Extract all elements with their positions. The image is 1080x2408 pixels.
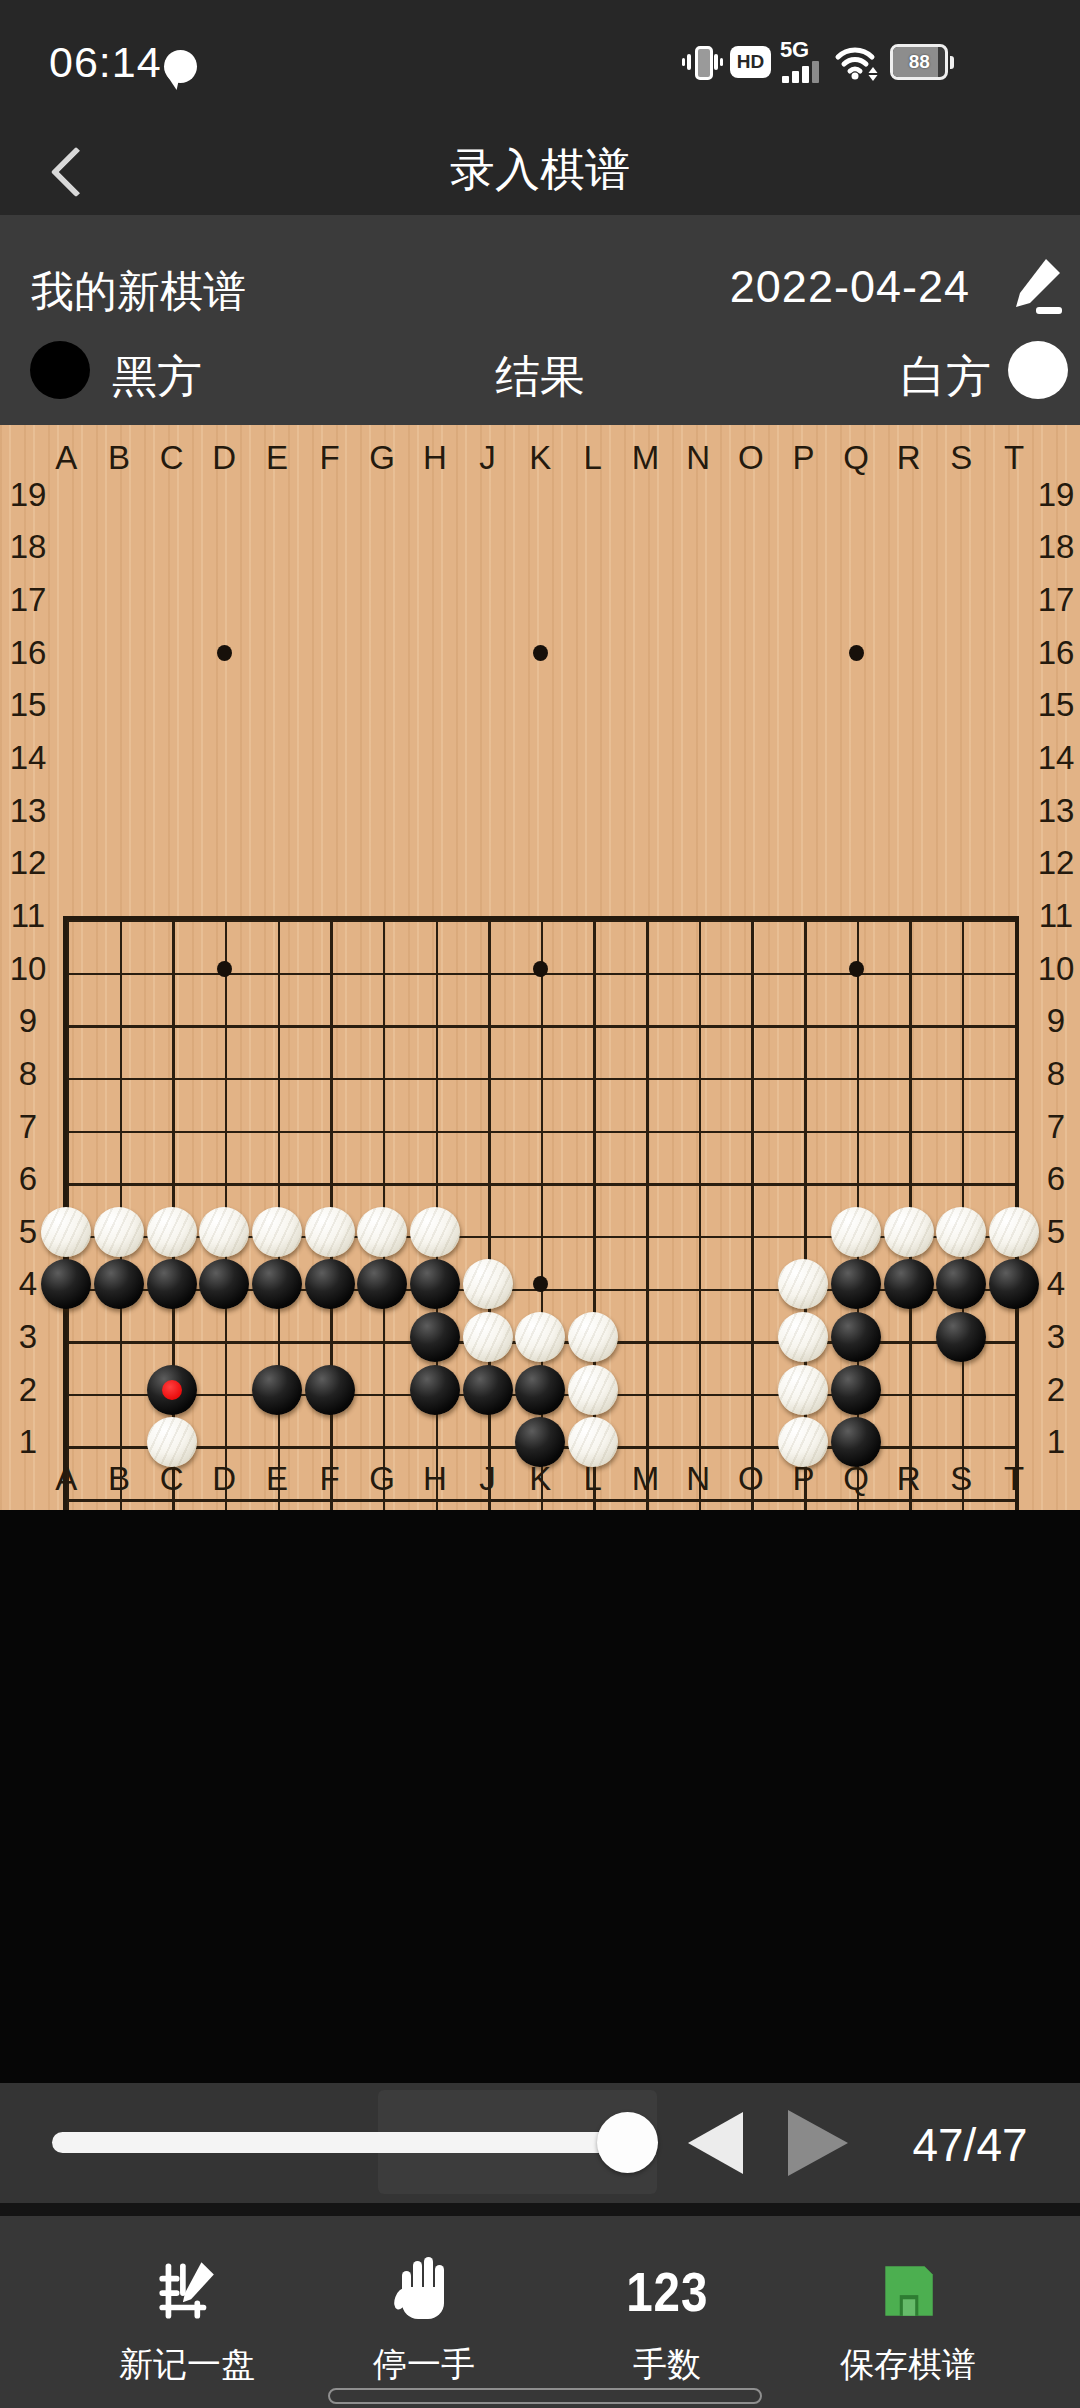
move-slider-thumb[interactable] (597, 2112, 658, 2173)
coord-letter-bottom-O: O (729, 1462, 773, 1496)
wifi-icon (833, 43, 881, 81)
stone-white-R5[interactable] (884, 1207, 934, 1257)
coord-letter-top-T: T (992, 441, 1036, 475)
coord-number-left-3: 3 (6, 1320, 50, 1354)
stone-white-C1[interactable] (147, 1417, 197, 1467)
coord-letter-bottom-G: G (360, 1462, 404, 1496)
coord-letter-top-S: S (939, 441, 983, 475)
stone-black-C4[interactable] (147, 1259, 197, 1309)
coord-letter-top-P: P (781, 441, 825, 475)
coord-number-left-8: 8 (6, 1057, 50, 1091)
stone-black-E2[interactable] (252, 1365, 302, 1415)
coord-letter-bottom-T: T (992, 1462, 1036, 1496)
move-count-label: 手数 (633, 2342, 701, 2388)
coord-number-right-6: 6 (1034, 1162, 1078, 1196)
star-point-K10 (533, 961, 548, 977)
coord-letter-top-L: L (571, 441, 615, 475)
playback-bar: 47/47 (0, 2083, 1080, 2203)
coord-letter-top-M: M (623, 441, 667, 475)
coord-letter-bottom-H: H (413, 1462, 457, 1496)
record-name: 我的新棋谱 (31, 263, 246, 321)
coord-letter-bottom-A: A (44, 1462, 88, 1496)
coord-letter-bottom-B: B (97, 1462, 141, 1496)
coord-letter-top-F: F (308, 441, 352, 475)
divider (0, 2203, 1080, 2216)
game-info-panel: 我的新棋谱 2022-04-24 黑方 结果 白方 (0, 215, 1080, 425)
players-row: 黑方 结果 白方 (0, 327, 1080, 417)
stone-black-F4[interactable] (305, 1259, 355, 1309)
move-count-button[interactable]: 123 手数 (557, 2254, 777, 2388)
coord-letter-bottom-S: S (939, 1462, 983, 1496)
page-title: 录入棋谱 (0, 140, 1080, 200)
coord-letter-top-D: D (202, 441, 246, 475)
stone-black-Q3[interactable] (831, 1312, 881, 1362)
pass-button[interactable]: 停一手 (314, 2254, 534, 2388)
save-record-button[interactable]: 保存棋谱 (798, 2254, 1018, 2388)
coord-number-right-8: 8 (1034, 1057, 1078, 1091)
coord-number-left-9: 9 (6, 1004, 50, 1038)
coord-number-right-12: 12 (1034, 846, 1078, 880)
go-board[interactable]: AABBCCDDEEFFGGHHJJKKLLMMNNOOPPQQRRSSTT19… (0, 425, 1080, 1510)
status-and-header-bar: 06:14 HD 5G (0, 0, 1080, 215)
stone-white-J3[interactable] (463, 1312, 513, 1362)
coord-letter-bottom-P: P (781, 1462, 825, 1496)
stone-white-C5[interactable] (147, 1207, 197, 1257)
coord-letter-bottom-R: R (887, 1462, 931, 1496)
stone-white-G5[interactable] (357, 1207, 407, 1257)
stone-black-F2[interactable] (305, 1365, 355, 1415)
status-icons: HD 5G 88 (684, 40, 954, 84)
coord-number-right-16: 16 (1034, 636, 1078, 670)
stone-white-B5[interactable] (94, 1207, 144, 1257)
coord-number-left-16: 16 (6, 636, 50, 670)
coord-number-left-18: 18 (6, 530, 50, 564)
coord-number-left-17: 17 (6, 583, 50, 617)
coord-letter-top-Q: Q (834, 441, 878, 475)
pass-label: 停一手 (373, 2342, 475, 2388)
signal-5g-icon: 5G (780, 41, 825, 83)
coord-letter-bottom-Q: Q (834, 1462, 878, 1496)
star-point-K4 (533, 1276, 548, 1292)
coord-number-right-4: 4 (1034, 1267, 1078, 1301)
coord-letter-top-N: N (676, 441, 720, 475)
coord-letter-top-H: H (413, 441, 457, 475)
lower-background (0, 1510, 1080, 2083)
coord-number-left-2: 2 (6, 1373, 50, 1407)
coord-number-left-14: 14 (6, 741, 50, 775)
coord-number-right-15: 15 (1034, 688, 1078, 722)
bottom-toolbar: 新记一盘 停一手 123 (0, 2216, 1080, 2408)
coord-letter-bottom-N: N (676, 1462, 720, 1496)
stone-black-T4[interactable] (989, 1259, 1039, 1309)
coord-letter-top-G: G (360, 441, 404, 475)
coord-number-left-6: 6 (6, 1162, 50, 1196)
stone-white-L2[interactable] (568, 1365, 618, 1415)
coord-letter-bottom-C: C (150, 1462, 194, 1496)
coord-letter-bottom-F: F (308, 1462, 352, 1496)
coord-number-right-13: 13 (1034, 794, 1078, 828)
star-point-K16 (533, 645, 548, 661)
stone-white-P2[interactable] (778, 1365, 828, 1415)
clock: 06:14 (49, 38, 162, 87)
new-record-icon (154, 2254, 220, 2328)
stone-black-E4[interactable] (252, 1259, 302, 1309)
coord-number-right-1: 1 (1034, 1425, 1078, 1459)
coord-letter-top-C: C (150, 441, 194, 475)
new-record-label: 新记一盘 (119, 2342, 255, 2388)
coord-letter-top-R: R (887, 441, 931, 475)
stone-white-S5[interactable] (936, 1207, 986, 1257)
edit-pencil-icon[interactable] (1006, 255, 1068, 317)
coord-letter-bottom-K: K (518, 1462, 562, 1496)
coord-number-right-2: 2 (1034, 1373, 1078, 1407)
stone-white-F5[interactable] (305, 1207, 355, 1257)
white-player-stone-badge (1008, 341, 1068, 399)
stone-white-A5[interactable] (41, 1207, 91, 1257)
save-record-label: 保存棋谱 (840, 2342, 976, 2388)
coord-letter-top-A: A (44, 441, 88, 475)
coord-number-right-17: 17 (1034, 583, 1078, 617)
coord-number-left-7: 7 (6, 1110, 50, 1144)
star-point-Q16 (849, 645, 864, 661)
coord-number-right-3: 3 (1034, 1320, 1078, 1354)
stone-black-H2[interactable] (410, 1365, 460, 1415)
coord-letter-top-K: K (518, 441, 562, 475)
coord-number-right-11: 11 (1034, 899, 1078, 933)
stone-black-Q2[interactable] (831, 1365, 881, 1415)
coord-letter-top-E: E (255, 441, 299, 475)
coord-number-right-18: 18 (1034, 530, 1078, 564)
stone-black-C2[interactable] (147, 1365, 197, 1415)
coord-number-left-12: 12 (6, 846, 50, 880)
new-record-button[interactable]: 新记一盘 (77, 2254, 297, 2388)
app-screen: 06:14 HD 5G (0, 0, 1080, 2408)
stone-white-T5[interactable] (989, 1207, 1039, 1257)
coord-number-left-13: 13 (6, 794, 50, 828)
coord-letter-top-O: O (729, 441, 773, 475)
coord-number-right-7: 7 (1034, 1110, 1078, 1144)
save-icon (875, 2254, 941, 2328)
hd-icon: HD (730, 46, 771, 78)
coord-number-left-1: 1 (6, 1425, 50, 1459)
gesture-navigation-pill[interactable] (328, 2388, 762, 2404)
battery-icon: 88 (890, 44, 948, 80)
stone-white-L1[interactable] (568, 1417, 618, 1467)
white-player-label: 白方 (901, 347, 991, 407)
stone-black-H4[interactable] (410, 1259, 460, 1309)
last-move-marker (162, 1380, 182, 1400)
move-counter: 47/47 (905, 2118, 1035, 2172)
pass-hand-icon (394, 2254, 454, 2328)
coord-letter-bottom-J: J (466, 1462, 510, 1496)
star-point-D10 (217, 961, 232, 977)
coord-letter-bottom-E: E (255, 1462, 299, 1496)
coord-number-right-9: 9 (1034, 1004, 1078, 1038)
stone-black-H3[interactable] (410, 1312, 460, 1362)
coord-number-left-19: 19 (6, 478, 50, 512)
coord-letter-top-J: J (466, 441, 510, 475)
previous-move-button[interactable] (688, 2112, 743, 2174)
stone-white-H5[interactable] (410, 1207, 460, 1257)
coord-number-left-11: 11 (6, 899, 50, 933)
next-move-button[interactable] (788, 2110, 848, 2176)
stone-black-R4[interactable] (884, 1259, 934, 1309)
stone-white-Q5[interactable] (831, 1207, 881, 1257)
notification-bubble-icon (164, 50, 197, 83)
coord-number-right-14: 14 (1034, 741, 1078, 775)
coord-letter-bottom-L: L (571, 1462, 615, 1496)
stone-black-J2[interactable] (463, 1365, 513, 1415)
coord-letter-bottom-D: D (202, 1462, 246, 1496)
battery-nub (950, 56, 954, 69)
star-point-Q10 (849, 961, 864, 977)
stone-white-D5[interactable] (199, 1207, 249, 1257)
stone-white-L3[interactable] (568, 1312, 618, 1362)
coord-number-left-10: 10 (6, 952, 50, 986)
move-slider-track[interactable] (52, 2132, 657, 2153)
stone-white-E5[interactable] (252, 1207, 302, 1257)
coord-number-right-19: 19 (1034, 478, 1078, 512)
coord-number-left-15: 15 (6, 688, 50, 722)
nav-header: 录入棋谱 (0, 118, 1080, 215)
vibrate-icon (684, 44, 721, 80)
star-point-D16 (217, 645, 232, 661)
record-date: 2022-04-24 (730, 261, 970, 313)
stone-white-K3[interactable] (515, 1312, 565, 1362)
move-count-icon: 123 (619, 2254, 715, 2328)
coord-letter-bottom-M: M (623, 1462, 667, 1496)
stone-black-K2[interactable] (515, 1365, 565, 1415)
stone-white-J4[interactable] (463, 1259, 513, 1309)
coord-letter-top-B: B (97, 441, 141, 475)
coord-number-right-5: 5 (1034, 1215, 1078, 1249)
coord-number-right-10: 10 (1034, 952, 1078, 986)
